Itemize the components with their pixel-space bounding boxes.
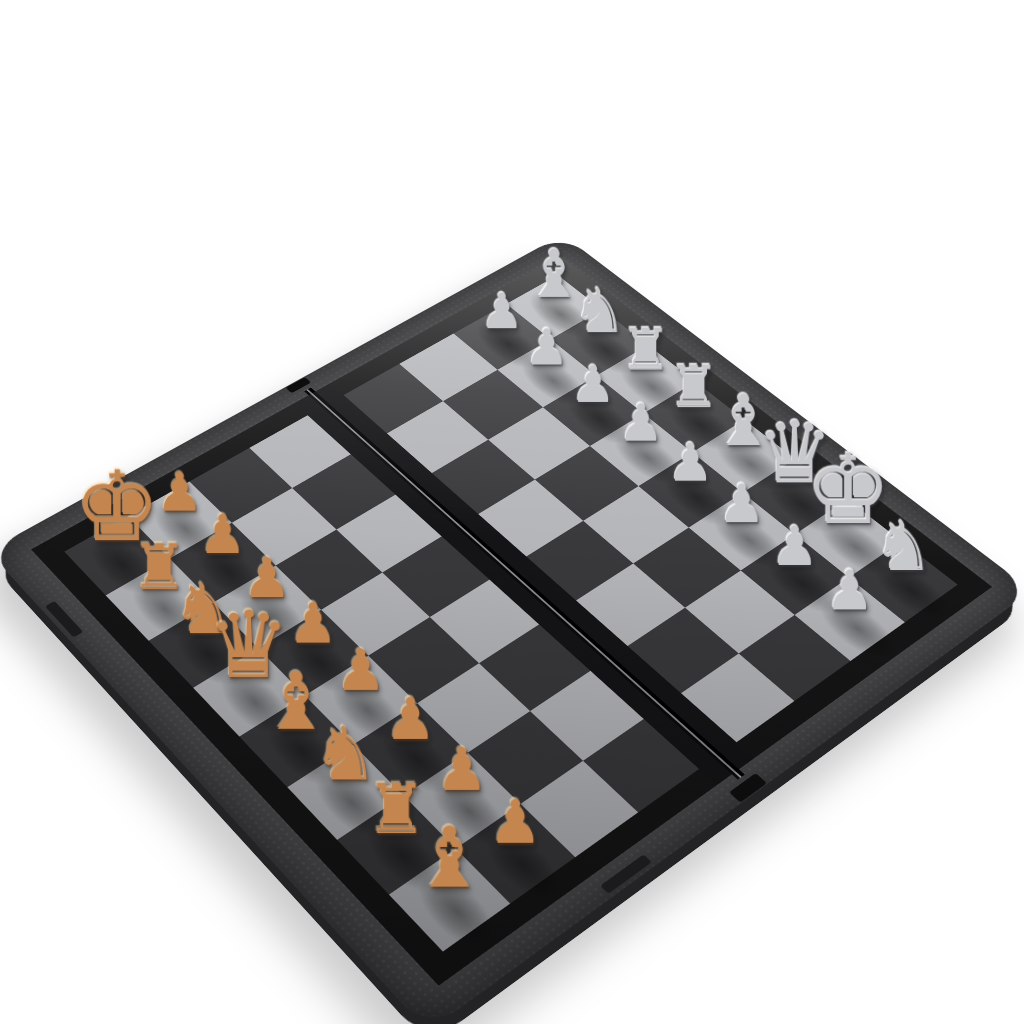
product-photo-scene: ♝♞♜♜♝♛♚♞♟♟♟♟♟♟♟♟♟♟♟♟♟♟♟♟♚♜♞♛♝♞♜♝ — [0, 0, 1024, 1024]
gold-bishop-glyph: ♝ — [370, 815, 529, 899]
chess-set: ♝♞♜♜♝♛♚♞♟♟♟♟♟♟♟♟♟♟♟♟♟♟♟♟♚♜♞♛♝♞♜♝ — [31, 256, 992, 986]
silver-pawn-glyph: ♟ — [778, 563, 921, 618]
